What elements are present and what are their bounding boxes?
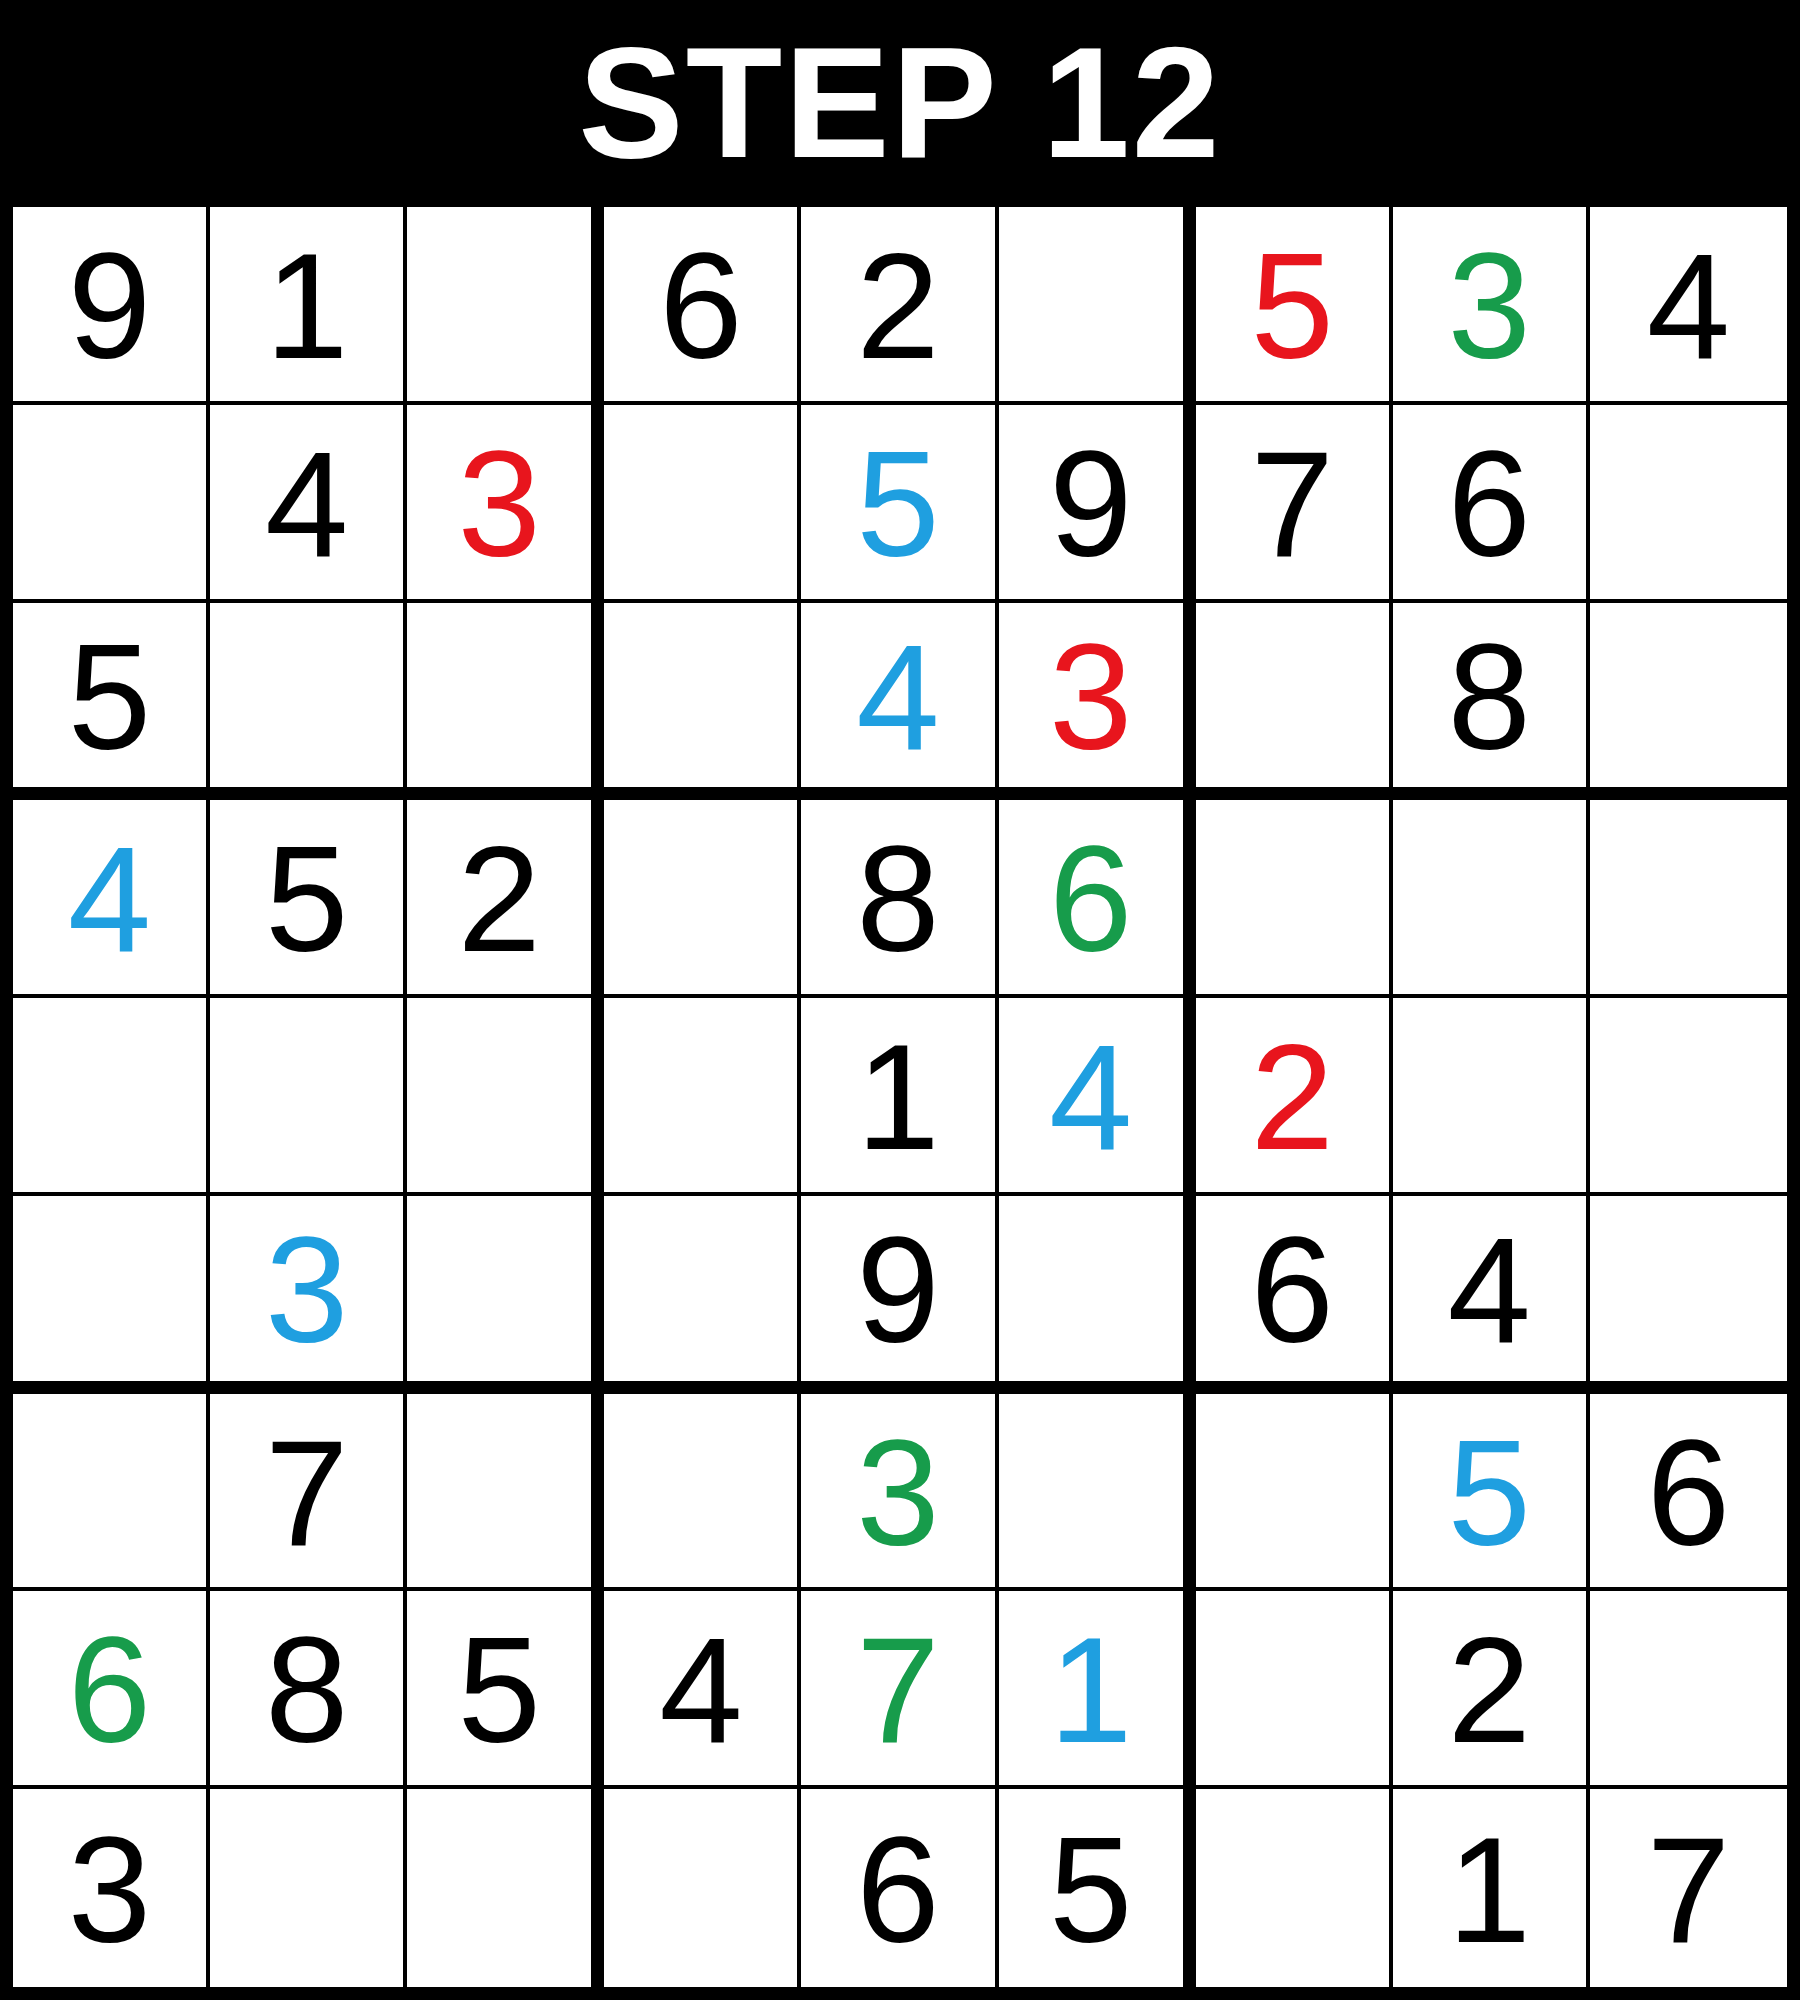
- cell-r3c8-digit[interactable]: 8: [1393, 603, 1590, 801]
- cell-r9c5-digit[interactable]: 6: [801, 1789, 998, 1987]
- cell-r3c1-digit[interactable]: 5: [13, 603, 210, 801]
- cell-r2c1-empty[interactable]: [13, 405, 210, 603]
- cell-r3c2-empty[interactable]: [210, 603, 407, 801]
- cell-r2c6-digit[interactable]: 9: [999, 405, 1196, 603]
- cell-r4c5-digit[interactable]: 8: [801, 800, 998, 998]
- cell-r5c8-empty[interactable]: [1393, 998, 1590, 1196]
- cell-r1c1-digit[interactable]: 9: [13, 207, 210, 405]
- cell-r4c3-digit[interactable]: 2: [407, 800, 604, 998]
- cell-r8c1-digit[interactable]: 6: [13, 1591, 210, 1789]
- cell-r8c8-digit[interactable]: 2: [1393, 1591, 1590, 1789]
- cell-r3c4-empty[interactable]: [604, 603, 801, 801]
- cell-r1c7-digit[interactable]: 5: [1196, 207, 1393, 405]
- cell-r3c3-empty[interactable]: [407, 603, 604, 801]
- puzzle-title: STEP 12: [578, 13, 1221, 181]
- cell-r8c7-empty[interactable]: [1196, 1591, 1393, 1789]
- cell-r2c4-empty[interactable]: [604, 405, 801, 603]
- sudoku-board: 9162534435976543845286142396473566854712…: [0, 194, 1800, 2000]
- cell-r4c4-empty[interactable]: [604, 800, 801, 998]
- cell-r3c7-empty[interactable]: [1196, 603, 1393, 801]
- cell-r1c4-digit[interactable]: 6: [604, 207, 801, 405]
- cell-r9c8-digit[interactable]: 1: [1393, 1789, 1590, 1987]
- cell-r8c5-digit[interactable]: 7: [801, 1591, 998, 1789]
- title-band: STEP 12: [0, 0, 1800, 194]
- cell-r5c3-empty[interactable]: [407, 998, 604, 1196]
- cell-r6c3-empty[interactable]: [407, 1196, 604, 1394]
- cell-r1c2-digit[interactable]: 1: [210, 207, 407, 405]
- cell-r9c3-empty[interactable]: [407, 1789, 604, 1987]
- cell-r4c9-empty[interactable]: [1590, 800, 1787, 998]
- cell-r7c2-digit[interactable]: 7: [210, 1394, 407, 1592]
- cell-r6c4-empty[interactable]: [604, 1196, 801, 1394]
- cell-r7c6-empty[interactable]: [999, 1394, 1196, 1592]
- cell-r2c8-digit[interactable]: 6: [1393, 405, 1590, 603]
- cell-r6c1-empty[interactable]: [13, 1196, 210, 1394]
- cell-r3c6-digit[interactable]: 3: [999, 603, 1196, 801]
- cell-r8c3-digit[interactable]: 5: [407, 1591, 604, 1789]
- cell-r5c4-empty[interactable]: [604, 998, 801, 1196]
- cell-r9c4-empty[interactable]: [604, 1789, 801, 1987]
- cell-r4c7-empty[interactable]: [1196, 800, 1393, 998]
- cell-r4c2-digit[interactable]: 5: [210, 800, 407, 998]
- cell-r6c2-digit[interactable]: 3: [210, 1196, 407, 1394]
- cell-r5c2-empty[interactable]: [210, 998, 407, 1196]
- cell-r3c5-digit[interactable]: 4: [801, 603, 998, 801]
- cell-r8c2-digit[interactable]: 8: [210, 1591, 407, 1789]
- cell-r9c2-empty[interactable]: [210, 1789, 407, 1987]
- cell-r8c4-digit[interactable]: 4: [604, 1591, 801, 1789]
- cell-r4c6-digit[interactable]: 6: [999, 800, 1196, 998]
- cell-r5c1-empty[interactable]: [13, 998, 210, 1196]
- cell-r9c1-digit[interactable]: 3: [13, 1789, 210, 1987]
- cell-r1c6-empty[interactable]: [999, 207, 1196, 405]
- cell-r6c6-empty[interactable]: [999, 1196, 1196, 1394]
- cell-r2c5-digit[interactable]: 5: [801, 405, 998, 603]
- cell-r7c8-digit[interactable]: 5: [1393, 1394, 1590, 1592]
- cell-r7c9-digit[interactable]: 6: [1590, 1394, 1787, 1592]
- cell-r7c4-empty[interactable]: [604, 1394, 801, 1592]
- cell-r2c2-digit[interactable]: 4: [210, 405, 407, 603]
- cell-r6c7-digit[interactable]: 6: [1196, 1196, 1393, 1394]
- cell-r6c9-empty[interactable]: [1590, 1196, 1787, 1394]
- cell-r1c5-digit[interactable]: 2: [801, 207, 998, 405]
- cell-r7c3-empty[interactable]: [407, 1394, 604, 1592]
- cell-r5c6-digit[interactable]: 4: [999, 998, 1196, 1196]
- cell-r2c7-digit[interactable]: 7: [1196, 405, 1393, 603]
- cell-r5c7-digit[interactable]: 2: [1196, 998, 1393, 1196]
- cell-r1c9-digit[interactable]: 4: [1590, 207, 1787, 405]
- cell-r7c1-empty[interactable]: [13, 1394, 210, 1592]
- cell-r1c3-empty[interactable]: [407, 207, 604, 405]
- cell-r2c3-digit[interactable]: 3: [407, 405, 604, 603]
- cell-r8c6-digit[interactable]: 1: [999, 1591, 1196, 1789]
- cell-r3c9-empty[interactable]: [1590, 603, 1787, 801]
- cell-r4c8-empty[interactable]: [1393, 800, 1590, 998]
- cell-r7c5-digit[interactable]: 3: [801, 1394, 998, 1592]
- cell-r5c9-empty[interactable]: [1590, 998, 1787, 1196]
- cell-r4c1-digit[interactable]: 4: [13, 800, 210, 998]
- cell-r5c5-digit[interactable]: 1: [801, 998, 998, 1196]
- cell-r8c9-empty[interactable]: [1590, 1591, 1787, 1789]
- cell-r1c8-digit[interactable]: 3: [1393, 207, 1590, 405]
- cell-r9c9-digit[interactable]: 7: [1590, 1789, 1787, 1987]
- cell-r6c8-digit[interactable]: 4: [1393, 1196, 1590, 1394]
- cell-r9c6-digit[interactable]: 5: [999, 1789, 1196, 1987]
- cell-r9c7-empty[interactable]: [1196, 1789, 1393, 1987]
- cell-r7c7-empty[interactable]: [1196, 1394, 1393, 1592]
- cell-r2c9-empty[interactable]: [1590, 405, 1787, 603]
- cell-r6c5-digit[interactable]: 9: [801, 1196, 998, 1394]
